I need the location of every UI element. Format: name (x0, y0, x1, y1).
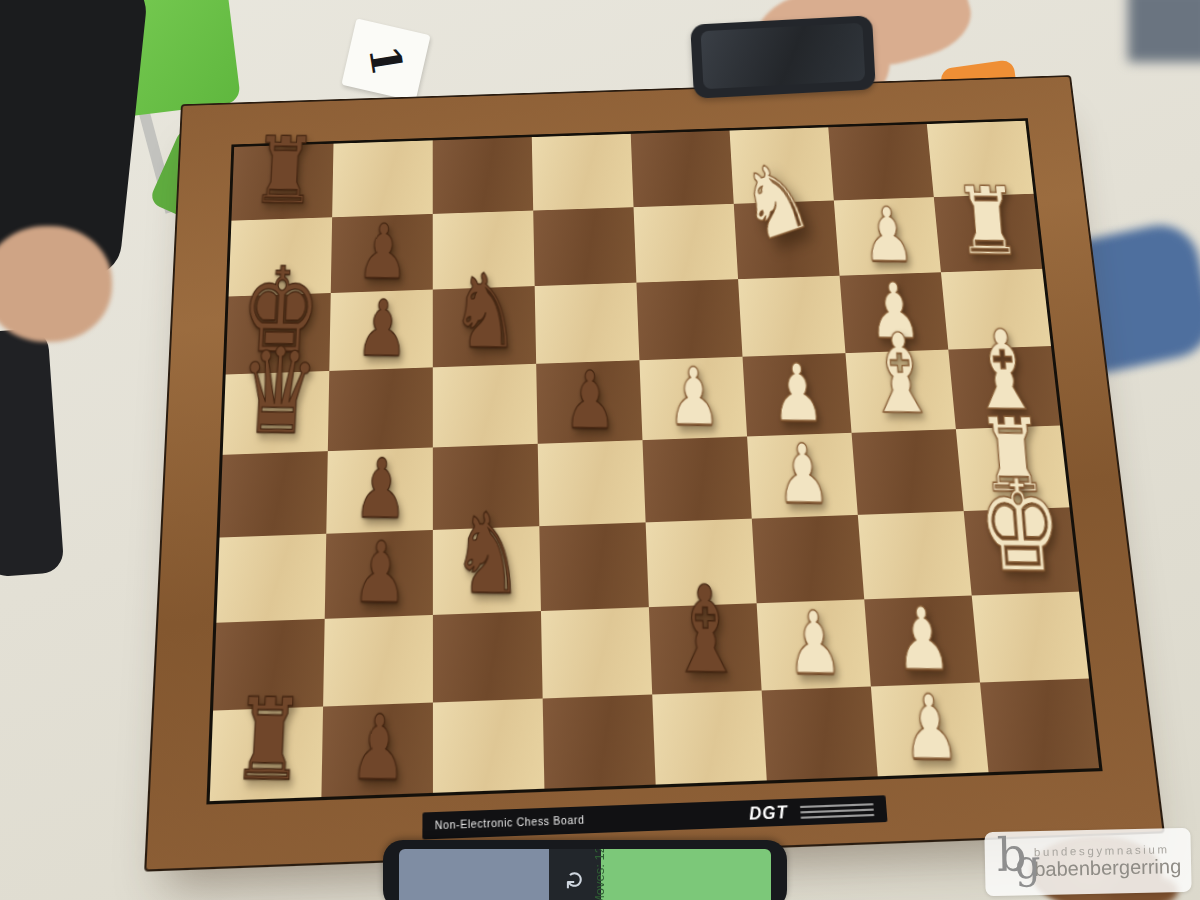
square-h4[interactable] (631, 131, 734, 208)
table-number: 1 (360, 42, 413, 79)
square-c6[interactable]: ♞ (433, 526, 541, 615)
dgt-small-print (800, 803, 875, 819)
white-pawn[interactable]: ♟ (770, 354, 826, 434)
square-b5[interactable] (541, 607, 652, 698)
square-a7[interactable]: ♟ (321, 703, 433, 797)
clock-screen[interactable]: ↻ Moves: 12 (399, 849, 771, 900)
phone-screen (701, 23, 866, 89)
black-bishop[interactable]: ♝ (666, 570, 746, 691)
square-h8[interactable]: ♜ (231, 144, 333, 221)
white-king[interactable]: ♚ (974, 464, 1067, 592)
black-pawn[interactable]: ♟ (349, 703, 408, 793)
square-a6[interactable] (433, 699, 544, 793)
logo-monogram: bg (994, 833, 1034, 894)
square-h7[interactable] (332, 140, 433, 217)
square-a5[interactable] (543, 694, 656, 788)
square-h2[interactable] (828, 124, 934, 200)
square-f4[interactable] (636, 279, 742, 360)
square-e5[interactable]: ♟ (536, 360, 642, 444)
square-e8[interactable]: ♛ (223, 371, 330, 455)
background-corner (1128, 0, 1200, 62)
square-b2[interactable]: ♟ (864, 596, 980, 687)
square-a2[interactable]: ♟ (871, 682, 989, 776)
square-g7[interactable]: ♟ (331, 214, 433, 293)
square-c2[interactable] (858, 511, 972, 599)
square-d8[interactable] (220, 451, 328, 537)
black-knight[interactable]: ♞ (450, 499, 524, 612)
chess-clock-phone[interactable]: ↻ Moves: 12 (383, 840, 787, 900)
black-rook[interactable]: ♜ (230, 684, 307, 798)
square-b6[interactable] (433, 611, 543, 702)
square-d4[interactable] (642, 436, 751, 522)
square-d2[interactable] (852, 429, 964, 515)
clock-active-panel[interactable]: Moves: 12 (601, 849, 771, 900)
white-pawn[interactable]: ♟ (775, 433, 832, 515)
black-rook[interactable]: ♜ (250, 125, 319, 218)
chess-board[interactable]: ♜♟♞♟♜♚♟♞♟♛♟♟♟♝♝♟♟♜♟♞♚♝♟♟♜♟♟ (206, 118, 1102, 804)
square-g2[interactable]: ♟ (834, 197, 941, 276)
square-a4[interactable] (652, 690, 767, 784)
white-pawn[interactable]: ♟ (893, 596, 953, 683)
clock-inactive-panel[interactable] (399, 849, 549, 900)
square-c8[interactable] (216, 534, 326, 623)
square-f7[interactable]: ♟ (329, 290, 433, 371)
white-pawn[interactable]: ♟ (785, 600, 844, 687)
rotate-icon[interactable]: ↻ (561, 869, 589, 889)
black-queen[interactable]: ♛ (235, 332, 320, 451)
phone[interactable] (690, 15, 876, 98)
square-g3[interactable]: ♞ (734, 200, 840, 279)
black-pawn[interactable]: ♟ (356, 214, 410, 290)
person-arm (0, 226, 112, 342)
square-c7[interactable]: ♟ (325, 530, 433, 619)
clock-moves-label: Moves: 12 (592, 849, 607, 900)
square-b4[interactable]: ♝ (649, 603, 762, 694)
square-e3[interactable]: ♟ (743, 353, 852, 436)
black-pawn[interactable]: ♟ (355, 290, 410, 368)
square-g4[interactable] (634, 204, 739, 283)
square-c5[interactable] (539, 522, 649, 611)
black-pawn[interactable]: ♟ (351, 531, 408, 616)
square-e6[interactable] (433, 364, 538, 448)
square-d5[interactable] (538, 440, 646, 526)
square-c3[interactable] (752, 515, 864, 603)
white-pawn[interactable]: ♟ (860, 198, 916, 273)
square-f6[interactable]: ♞ (433, 286, 536, 367)
school-logo: bg bundesgymnasium babenbergerring (984, 828, 1191, 896)
square-d7[interactable]: ♟ (326, 447, 433, 533)
square-b7[interactable] (323, 615, 433, 707)
square-b3[interactable]: ♟ (757, 599, 871, 690)
square-e2[interactable]: ♝ (845, 350, 955, 433)
person-leg (0, 328, 64, 578)
square-f5[interactable] (535, 283, 640, 364)
black-pawn[interactable]: ♟ (563, 361, 616, 441)
white-rook[interactable]: ♜ (952, 175, 1024, 270)
board-frame: ♜♟♞♟♜♚♟♞♟♛♟♟♟♝♝♟♟♜♟♞♚♝♟♟♜♟♟ Non-Electron… (144, 75, 1165, 872)
dgt-brand-logo: DGT (749, 803, 789, 824)
square-c1[interactable]: ♚ (964, 507, 1079, 595)
square-a3[interactable] (762, 686, 878, 780)
square-b1[interactable] (972, 592, 1089, 683)
white-pawn[interactable]: ♟ (667, 357, 722, 437)
white-pawn[interactable]: ♟ (900, 683, 961, 773)
square-h5[interactable] (532, 134, 634, 211)
white-bishop[interactable]: ♝ (861, 319, 941, 430)
dgt-product-name: Non-Electronic Chess Board (435, 808, 737, 831)
square-a1[interactable] (980, 679, 1099, 773)
black-knight[interactable]: ♞ (450, 261, 521, 364)
square-d3[interactable]: ♟ (747, 433, 858, 519)
square-a8[interactable]: ♜ (210, 707, 323, 802)
table-number-card: 1 (341, 18, 430, 101)
square-h6[interactable] (433, 137, 533, 214)
square-e7[interactable] (328, 367, 433, 451)
dgt-label: Non-Electronic Chess Board DGT (422, 795, 888, 839)
black-pawn[interactable]: ♟ (353, 448, 409, 530)
square-e4[interactable]: ♟ (639, 357, 747, 440)
square-g5[interactable] (533, 207, 636, 286)
logo-line2: babenbergerring (1034, 855, 1181, 880)
square-g1[interactable]: ♜ (934, 194, 1042, 272)
square-f3[interactable] (738, 276, 845, 357)
